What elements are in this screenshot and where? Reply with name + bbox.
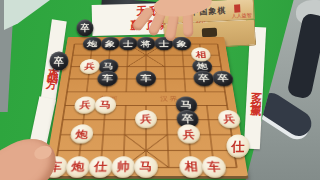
- off-board-piece-black-卒[interactable]: 卒: [50, 52, 69, 71]
- piece-red-相[interactable]: 相: [191, 48, 212, 62]
- piece-red-兵[interactable]: 兵: [135, 110, 157, 128]
- bench-corner: [4, 0, 50, 30]
- piece-red-兵[interactable]: 兵: [177, 124, 201, 143]
- piece-red-马[interactable]: 马: [134, 156, 158, 178]
- board: 楚河 汉界 炮象士将士象马炮车车卒卒马卒相兵兵马兵兵炮兵车炮仕帅马相车: [44, 37, 248, 176]
- off-board-piece-red-仕[interactable]: 仕: [227, 135, 250, 158]
- board-wrap: 楚河 汉界 炮象士将士象马炮车车卒卒马卒相兵兵马兵兵炮兵车炮仕帅马相车: [44, 37, 248, 176]
- street-xiangqi-scene: 无敌多变宽 赢了象棋送你 中国象棋 人人益智 大战四方 招棋迷 多一招赢 楚河 …: [0, 0, 320, 180]
- off-board-piece-black-卒[interactable]: 卒: [77, 20, 94, 37]
- player-hand: [136, 0, 220, 40]
- chess-box-subtitle: 人人益智: [231, 12, 251, 19]
- piece-black-车[interactable]: 车: [136, 71, 156, 87]
- bystander-leg: [287, 12, 320, 99]
